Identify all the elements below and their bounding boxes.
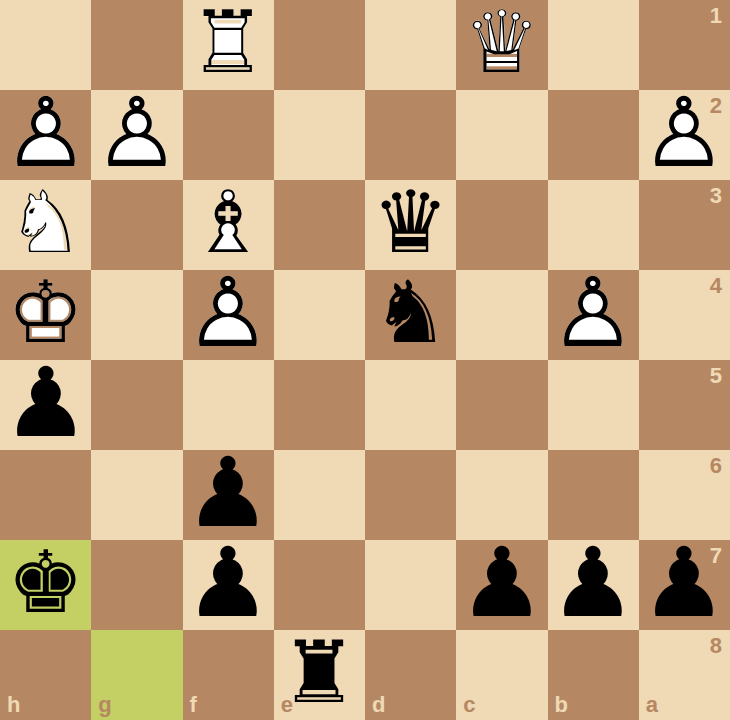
square-c3[interactable]	[456, 180, 547, 270]
square-a2[interactable]: ♟♙2	[639, 90, 730, 180]
black-knight-glyph-fill: ♞	[372, 269, 449, 355]
black-rook-glyph-fill: ♜	[281, 629, 358, 715]
square-c5[interactable]	[456, 360, 547, 450]
square-b2[interactable]	[548, 90, 639, 180]
square-d4[interactable]: ♞	[365, 270, 456, 360]
square-a7[interactable]: ♟7	[639, 540, 730, 630]
square-f1[interactable]: ♜♖	[183, 0, 274, 90]
white-pawn-glyph-outline: ♙	[2, 84, 88, 180]
black-knight-piece[interactable]: ♞	[365, 270, 456, 360]
square-c2[interactable]	[456, 90, 547, 180]
white-pawn-piece[interactable]: ♟♙	[639, 90, 730, 180]
square-e4[interactable]	[274, 270, 365, 360]
rank-label-5: 5	[710, 365, 722, 387]
file-label-g: g	[98, 694, 111, 716]
file-label-h: h	[7, 694, 20, 716]
square-e3[interactable]	[274, 180, 365, 270]
black-rook-piece[interactable]: ♜	[274, 630, 365, 720]
square-b8[interactable]: b	[548, 630, 639, 720]
square-a4[interactable]: 4	[639, 270, 730, 360]
white-king-glyph-outline: ♔	[7, 269, 84, 355]
white-knight-glyph-outline: ♘	[7, 179, 84, 265]
black-pawn-glyph-fill: ♟	[2, 354, 88, 450]
file-label-b: b	[555, 694, 568, 716]
white-pawn-piece[interactable]: ♟♙	[0, 90, 91, 180]
square-h6[interactable]	[0, 450, 91, 540]
square-a5[interactable]: 5	[639, 360, 730, 450]
square-g8[interactable]: g	[91, 630, 182, 720]
file-label-a: a	[646, 694, 658, 716]
square-c1[interactable]: ♛♕	[456, 0, 547, 90]
square-d1[interactable]	[365, 0, 456, 90]
rank-label-6: 6	[710, 455, 722, 477]
square-g7[interactable]	[91, 540, 182, 630]
white-rook-glyph-outline: ♖	[190, 0, 267, 85]
square-e2[interactable]	[274, 90, 365, 180]
square-d6[interactable]	[365, 450, 456, 540]
rank-label-4: 4	[710, 275, 722, 297]
file-label-f: f	[190, 694, 197, 716]
square-g2[interactable]: ♟♙	[91, 90, 182, 180]
white-queen-glyph-outline: ♕	[463, 0, 540, 85]
square-d7[interactable]	[365, 540, 456, 630]
white-knight-piece[interactable]: ♞♘	[0, 180, 91, 270]
black-pawn-glyph-fill: ♟	[550, 534, 636, 630]
square-a8[interactable]: a8	[639, 630, 730, 720]
square-h7[interactable]: ♚	[0, 540, 91, 630]
white-rook-piece[interactable]: ♜♖	[183, 0, 274, 90]
white-pawn-piece[interactable]: ♟♙	[183, 270, 274, 360]
square-g4[interactable]	[91, 270, 182, 360]
black-pawn-piece[interactable]: ♟	[183, 540, 274, 630]
square-f7[interactable]: ♟	[183, 540, 274, 630]
square-e1[interactable]	[274, 0, 365, 90]
square-b5[interactable]	[548, 360, 639, 450]
square-h2[interactable]: ♟♙	[0, 90, 91, 180]
square-b7[interactable]: ♟	[548, 540, 639, 630]
square-f8[interactable]: f	[183, 630, 274, 720]
square-g5[interactable]	[91, 360, 182, 450]
black-pawn-glyph-fill: ♟	[641, 534, 727, 630]
square-f2[interactable]	[183, 90, 274, 180]
white-queen-piece[interactable]: ♛♕	[456, 0, 547, 90]
black-pawn-piece[interactable]: ♟	[0, 360, 91, 450]
square-d3[interactable]: ♛	[365, 180, 456, 270]
white-pawn-piece[interactable]: ♟♙	[548, 270, 639, 360]
black-pawn-piece[interactable]: ♟	[456, 540, 547, 630]
square-d2[interactable]	[365, 90, 456, 180]
black-king-piece[interactable]: ♚	[0, 540, 91, 630]
square-c4[interactable]	[456, 270, 547, 360]
rank-label-1: 1	[710, 5, 722, 27]
square-h8[interactable]: h	[0, 630, 91, 720]
white-bishop-glyph-outline: ♗	[190, 179, 267, 265]
square-c7[interactable]: ♟	[456, 540, 547, 630]
black-pawn-piece[interactable]: ♟	[548, 540, 639, 630]
file-label-d: d	[372, 694, 385, 716]
square-e8[interactable]: ♜e	[274, 630, 365, 720]
square-h5[interactable]: ♟	[0, 360, 91, 450]
square-f4[interactable]: ♟♙	[183, 270, 274, 360]
square-d8[interactable]: d	[365, 630, 456, 720]
square-b1[interactable]	[548, 0, 639, 90]
white-pawn-glyph-outline: ♙	[94, 84, 180, 180]
black-king-glyph-fill: ♚	[7, 539, 84, 625]
square-e7[interactable]	[274, 540, 365, 630]
square-c8[interactable]: c	[456, 630, 547, 720]
black-pawn-glyph-fill: ♟	[185, 534, 271, 630]
chess-board: ♜♖♛♕1♟♙♟♙♟♙2♞♘♝♗♛3♚♔♟♙♞♟♙4♟5♟6♚♟♟♟♟7hgf♜…	[0, 0, 730, 720]
square-e6[interactable]	[274, 450, 365, 540]
file-label-c: c	[463, 694, 475, 716]
square-h3[interactable]: ♞♘	[0, 180, 91, 270]
white-pawn-glyph-outline: ♙	[550, 264, 636, 360]
rank-label-8: 8	[710, 635, 722, 657]
square-g3[interactable]	[91, 180, 182, 270]
square-g6[interactable]	[91, 450, 182, 540]
black-queen-glyph-fill: ♛	[372, 179, 449, 265]
white-pawn-glyph-outline: ♙	[185, 264, 271, 360]
square-e5[interactable]	[274, 360, 365, 450]
white-pawn-glyph-outline: ♙	[641, 84, 727, 180]
square-b4[interactable]: ♟♙	[548, 270, 639, 360]
black-queen-piece[interactable]: ♛	[365, 180, 456, 270]
rank-label-3: 3	[710, 185, 722, 207]
square-d5[interactable]	[365, 360, 456, 450]
white-pawn-piece[interactable]: ♟♙	[91, 90, 182, 180]
square-a3[interactable]: 3	[639, 180, 730, 270]
black-pawn-piece[interactable]: ♟	[639, 540, 730, 630]
black-pawn-glyph-fill: ♟	[459, 534, 545, 630]
